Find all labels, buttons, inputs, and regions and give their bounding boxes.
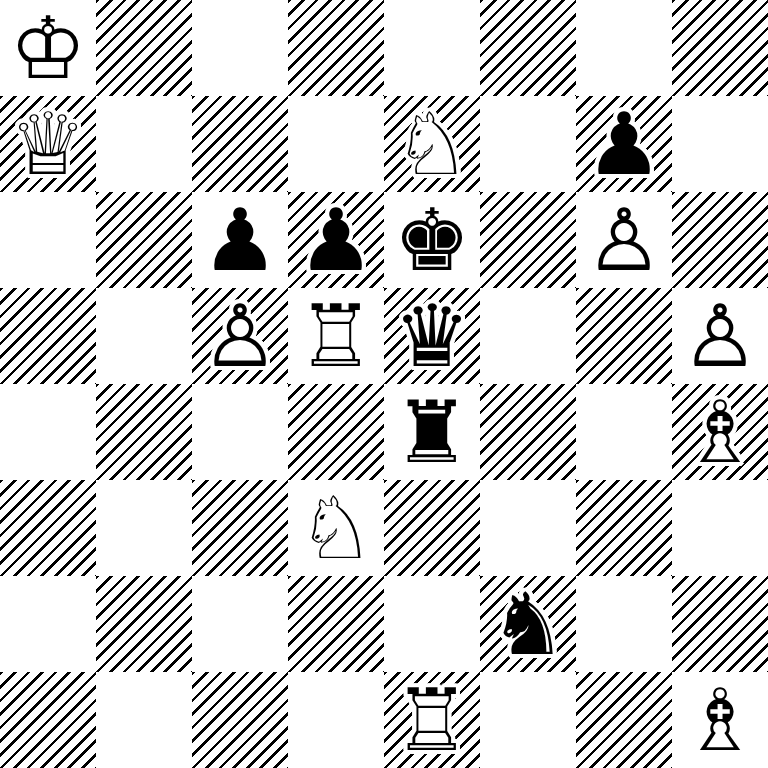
black-knight-piece: ♞ <box>480 576 576 672</box>
square-h2[interactable] <box>672 576 768 672</box>
square-h4[interactable]: ♝♗ <box>672 384 768 480</box>
white-rook-piece-fill: ♜ <box>384 672 480 768</box>
square-d1[interactable] <box>288 672 384 768</box>
white-queen-piece: ♕ <box>0 96 96 192</box>
square-h1[interactable]: ♝♗ <box>672 672 768 768</box>
black-rook-piece-fill: ♜ <box>384 384 480 480</box>
square-e2[interactable] <box>384 576 480 672</box>
square-c6[interactable]: ♟♟ <box>192 192 288 288</box>
white-knight-piece: ♘ <box>288 480 384 576</box>
white-queen-piece-fill: ♛ <box>0 96 96 192</box>
square-f7[interactable] <box>480 96 576 192</box>
white-king-piece: ♔ <box>0 0 96 96</box>
white-pawn-piece: ♙ <box>192 288 288 384</box>
square-e7[interactable]: ♞♘ <box>384 96 480 192</box>
square-g1[interactable] <box>576 672 672 768</box>
square-a1[interactable] <box>0 672 96 768</box>
white-knight-piece: ♘ <box>384 96 480 192</box>
white-rook-piece: ♖ <box>288 288 384 384</box>
black-king-piece: ♚ <box>384 192 480 288</box>
black-queen-piece-fill: ♛ <box>384 288 480 384</box>
square-d5[interactable]: ♜♖ <box>288 288 384 384</box>
square-d8[interactable] <box>288 0 384 96</box>
square-h5[interactable]: ♟♙ <box>672 288 768 384</box>
square-b3[interactable] <box>96 480 192 576</box>
black-pawn-piece-fill: ♟ <box>192 192 288 288</box>
square-h6[interactable] <box>672 192 768 288</box>
square-f5[interactable] <box>480 288 576 384</box>
white-pawn-piece: ♙ <box>576 192 672 288</box>
square-g8[interactable] <box>576 0 672 96</box>
square-h3[interactable] <box>672 480 768 576</box>
white-bishop-piece: ♗ <box>672 672 768 768</box>
white-knight-piece-fill: ♞ <box>384 96 480 192</box>
square-h8[interactable] <box>672 0 768 96</box>
chess-board: ♚♔♛♕♞♘♟♟♟♟♟♟♚♚♟♙♟♙♜♖♛♛♟♙♜♜♝♗♞♘♞♞♜♖♝♗ <box>0 0 768 768</box>
square-g5[interactable] <box>576 288 672 384</box>
square-a7[interactable]: ♛♕ <box>0 96 96 192</box>
square-c7[interactable] <box>192 96 288 192</box>
square-a6[interactable] <box>0 192 96 288</box>
square-d6[interactable]: ♟♟ <box>288 192 384 288</box>
white-bishop-piece: ♗ <box>672 384 768 480</box>
square-e1[interactable]: ♜♖ <box>384 672 480 768</box>
square-g3[interactable] <box>576 480 672 576</box>
square-a4[interactable] <box>0 384 96 480</box>
white-bishop-piece-fill: ♝ <box>672 384 768 480</box>
square-h7[interactable] <box>672 96 768 192</box>
square-c1[interactable] <box>192 672 288 768</box>
square-e5[interactable]: ♛♛ <box>384 288 480 384</box>
square-a3[interactable] <box>0 480 96 576</box>
square-a8[interactable]: ♚♔ <box>0 0 96 96</box>
square-d2[interactable] <box>288 576 384 672</box>
square-b2[interactable] <box>96 576 192 672</box>
square-e6[interactable]: ♚♚ <box>384 192 480 288</box>
black-pawn-piece-fill: ♟ <box>576 96 672 192</box>
square-c8[interactable] <box>192 0 288 96</box>
square-a2[interactable] <box>0 576 96 672</box>
square-f4[interactable] <box>480 384 576 480</box>
white-pawn-piece-fill: ♟ <box>576 192 672 288</box>
square-c2[interactable] <box>192 576 288 672</box>
white-bishop-piece-fill: ♝ <box>672 672 768 768</box>
white-king-piece-fill: ♚ <box>0 0 96 96</box>
square-b1[interactable] <box>96 672 192 768</box>
white-pawn-piece: ♙ <box>672 288 768 384</box>
square-d4[interactable] <box>288 384 384 480</box>
black-king-piece-fill: ♚ <box>384 192 480 288</box>
square-f1[interactable] <box>480 672 576 768</box>
square-f2[interactable]: ♞♞ <box>480 576 576 672</box>
square-f3[interactable] <box>480 480 576 576</box>
white-rook-piece: ♖ <box>384 672 480 768</box>
black-pawn-piece: ♟ <box>288 192 384 288</box>
black-queen-piece: ♛ <box>384 288 480 384</box>
black-pawn-piece-fill: ♟ <box>288 192 384 288</box>
square-e8[interactable] <box>384 0 480 96</box>
white-pawn-piece-fill: ♟ <box>672 288 768 384</box>
square-e3[interactable] <box>384 480 480 576</box>
white-pawn-piece-fill: ♟ <box>192 288 288 384</box>
square-f6[interactable] <box>480 192 576 288</box>
black-knight-piece-fill: ♞ <box>480 576 576 672</box>
black-pawn-piece: ♟ <box>192 192 288 288</box>
white-rook-piece-fill: ♜ <box>288 288 384 384</box>
square-c5[interactable]: ♟♙ <box>192 288 288 384</box>
chess-diagram: ♚♔♛♕♞♘♟♟♟♟♟♟♚♚♟♙♟♙♜♖♛♛♟♙♜♜♝♗♞♘♞♞♜♖♝♗ <box>0 0 768 768</box>
square-g2[interactable] <box>576 576 672 672</box>
white-knight-piece-fill: ♞ <box>288 480 384 576</box>
square-g4[interactable] <box>576 384 672 480</box>
square-g6[interactable]: ♟♙ <box>576 192 672 288</box>
black-pawn-piece: ♟ <box>576 96 672 192</box>
square-b7[interactable] <box>96 96 192 192</box>
square-c3[interactable] <box>192 480 288 576</box>
square-b4[interactable] <box>96 384 192 480</box>
square-a5[interactable] <box>0 288 96 384</box>
square-b8[interactable] <box>96 0 192 96</box>
square-f8[interactable] <box>480 0 576 96</box>
square-d7[interactable] <box>288 96 384 192</box>
square-d3[interactable]: ♞♘ <box>288 480 384 576</box>
square-c4[interactable] <box>192 384 288 480</box>
black-rook-piece: ♜ <box>384 384 480 480</box>
square-e4[interactable]: ♜♜ <box>384 384 480 480</box>
square-b5[interactable] <box>96 288 192 384</box>
square-g7[interactable]: ♟♟ <box>576 96 672 192</box>
square-b6[interactable] <box>96 192 192 288</box>
